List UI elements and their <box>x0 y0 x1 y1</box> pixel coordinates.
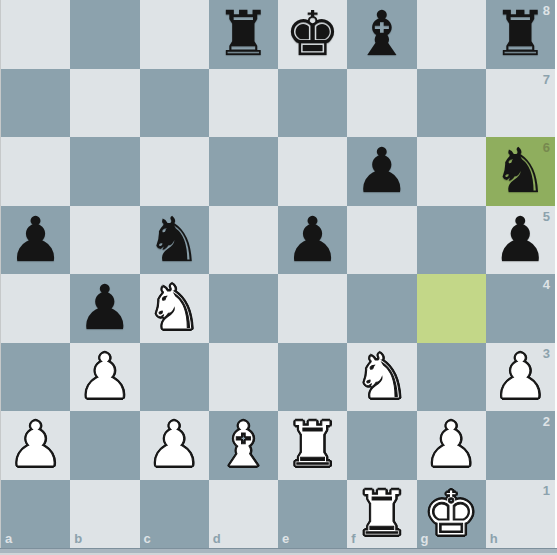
square-f8[interactable]: ♝ <box>347 0 416 69</box>
square-b3[interactable]: ♟ <box>70 343 139 412</box>
square-c1[interactable]: c <box>140 480 209 549</box>
square-c2[interactable]: ♟ <box>140 411 209 480</box>
square-d1[interactable]: d <box>209 480 278 549</box>
square-d4[interactable] <box>209 274 278 343</box>
piece-white-pawn[interactable]: ♟ <box>77 343 133 411</box>
square-g6[interactable] <box>417 137 486 206</box>
square-e6[interactable] <box>278 137 347 206</box>
file-label-d: d <box>213 532 221 545</box>
square-d3[interactable] <box>209 343 278 412</box>
square-h1[interactable]: 1h <box>486 480 555 549</box>
piece-black-rook[interactable]: ♜ <box>493 0 549 68</box>
square-e1[interactable]: e <box>278 480 347 549</box>
piece-black-bishop[interactable]: ♝ <box>354 0 410 68</box>
square-e8[interactable]: ♚ <box>278 0 347 69</box>
square-f4[interactable] <box>347 274 416 343</box>
piece-black-king[interactable]: ♚ <box>285 0 341 68</box>
square-g8[interactable] <box>417 0 486 69</box>
square-d5[interactable] <box>209 206 278 275</box>
square-a6[interactable] <box>1 137 70 206</box>
square-b7[interactable] <box>70 69 139 138</box>
square-a3[interactable] <box>1 343 70 412</box>
rank-label-3: 3 <box>543 347 550 360</box>
square-b1[interactable]: b <box>70 480 139 549</box>
square-e7[interactable] <box>278 69 347 138</box>
square-d7[interactable] <box>209 69 278 138</box>
piece-black-pawn[interactable]: ♟ <box>77 274 133 342</box>
piece-black-pawn[interactable]: ♟ <box>8 206 64 274</box>
file-label-b: b <box>74 532 82 545</box>
rank-label-8: 8 <box>543 4 550 17</box>
rank-label-4: 4 <box>543 278 550 291</box>
piece-black-pawn[interactable]: ♟ <box>354 137 410 205</box>
square-a1[interactable]: a <box>1 480 70 549</box>
square-c5[interactable]: ♞ <box>140 206 209 275</box>
rank-label-5: 5 <box>543 210 550 223</box>
square-g5[interactable] <box>417 206 486 275</box>
square-d8[interactable]: ♜ <box>209 0 278 69</box>
square-b2[interactable] <box>70 411 139 480</box>
square-f7[interactable] <box>347 69 416 138</box>
piece-white-rook[interactable]: ♜ <box>285 411 341 479</box>
square-d6[interactable] <box>209 137 278 206</box>
square-f1[interactable]: f♜ <box>347 480 416 549</box>
rank-label-2: 2 <box>543 415 550 428</box>
rank-label-6: 6 <box>543 141 550 154</box>
piece-black-knight[interactable]: ♞ <box>146 206 202 274</box>
square-f2[interactable] <box>347 411 416 480</box>
board-grid: ♜♚♝8♜7♟6♞♟♞♟5♟♟♞4♟♞3♟♟♟♝♜♟2abcdef♜g♚1h <box>1 0 555 548</box>
square-c6[interactable] <box>140 137 209 206</box>
piece-white-knight[interactable]: ♞ <box>354 343 410 411</box>
square-h2[interactable]: 2 <box>486 411 555 480</box>
piece-white-pawn[interactable]: ♟ <box>146 411 202 479</box>
square-c7[interactable] <box>140 69 209 138</box>
square-h8[interactable]: 8♜ <box>486 0 555 69</box>
piece-black-rook[interactable]: ♜ <box>216 0 272 68</box>
piece-white-pawn[interactable]: ♟ <box>8 411 64 479</box>
square-e3[interactable] <box>278 343 347 412</box>
chess-board: ♜♚♝8♜7♟6♞♟♞♟5♟♟♞4♟♞3♟♟♟♝♜♟2abcdef♜g♚1h <box>0 0 557 555</box>
square-f5[interactable] <box>347 206 416 275</box>
square-a5[interactable]: ♟ <box>1 206 70 275</box>
square-g4[interactable] <box>417 274 486 343</box>
square-c8[interactable] <box>140 0 209 69</box>
square-e5[interactable]: ♟ <box>278 206 347 275</box>
square-c3[interactable] <box>140 343 209 412</box>
square-g2[interactable]: ♟ <box>417 411 486 480</box>
file-label-c: c <box>144 532 151 545</box>
rank-label-7: 7 <box>543 73 550 86</box>
file-label-e: e <box>282 532 289 545</box>
piece-white-knight[interactable]: ♞ <box>146 274 202 342</box>
square-h4[interactable]: 4 <box>486 274 555 343</box>
square-c4[interactable]: ♞ <box>140 274 209 343</box>
square-e4[interactable] <box>278 274 347 343</box>
square-f6[interactable]: ♟ <box>347 137 416 206</box>
square-g7[interactable] <box>417 69 486 138</box>
file-label-h: h <box>490 532 498 545</box>
file-label-a: a <box>5 532 12 545</box>
board-bottom-border <box>0 548 557 555</box>
square-b4[interactable]: ♟ <box>70 274 139 343</box>
square-g1[interactable]: g♚ <box>417 480 486 549</box>
square-d2[interactable]: ♝ <box>209 411 278 480</box>
square-f3[interactable]: ♞ <box>347 343 416 412</box>
piece-white-king[interactable]: ♚ <box>423 480 479 548</box>
square-a7[interactable] <box>1 69 70 138</box>
piece-white-pawn[interactable]: ♟ <box>423 411 479 479</box>
square-h7[interactable]: 7 <box>486 69 555 138</box>
square-a4[interactable] <box>1 274 70 343</box>
piece-white-rook[interactable]: ♜ <box>354 480 410 548</box>
square-a2[interactable]: ♟ <box>1 411 70 480</box>
square-g3[interactable] <box>417 343 486 412</box>
square-b5[interactable] <box>70 206 139 275</box>
square-a8[interactable] <box>1 0 70 69</box>
square-h3[interactable]: 3♟ <box>486 343 555 412</box>
square-b8[interactable] <box>70 0 139 69</box>
square-b6[interactable] <box>70 137 139 206</box>
piece-black-pawn[interactable]: ♟ <box>493 206 549 274</box>
piece-white-pawn[interactable]: ♟ <box>493 343 549 411</box>
piece-white-bishop[interactable]: ♝ <box>216 411 272 479</box>
file-label-f: f <box>351 532 355 545</box>
piece-black-pawn[interactable]: ♟ <box>285 206 341 274</box>
piece-black-knight[interactable]: ♞ <box>493 137 549 205</box>
square-h6[interactable]: 6♞ <box>486 137 555 206</box>
rank-label-1: 1 <box>543 484 550 497</box>
square-e2[interactable]: ♜ <box>278 411 347 480</box>
square-h5[interactable]: 5♟ <box>486 206 555 275</box>
file-label-g: g <box>421 532 429 545</box>
